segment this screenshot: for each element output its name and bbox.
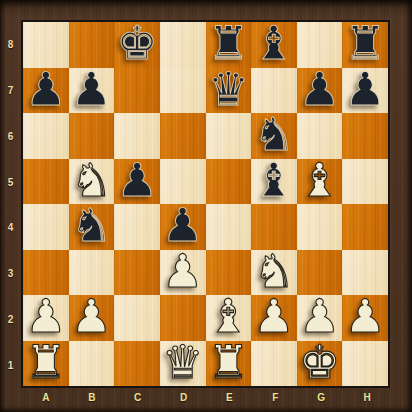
piece-white-pawn-a2[interactable]: ♟ xyxy=(25,294,66,339)
file-label-d: D xyxy=(161,388,207,410)
square-e6[interactable] xyxy=(206,113,252,159)
square-g7[interactable]: ♟ xyxy=(297,68,343,114)
square-g4[interactable] xyxy=(297,204,343,250)
square-a7[interactable]: ♟ xyxy=(23,68,69,114)
file-label-e: E xyxy=(207,388,253,410)
file-label-a: A xyxy=(23,388,69,410)
file-labels: ABCDEFGH xyxy=(23,388,390,410)
piece-black-pawn-c5[interactable]: ♟ xyxy=(116,158,157,203)
square-c2[interactable] xyxy=(114,295,160,341)
square-a6[interactable] xyxy=(23,113,69,159)
square-d2[interactable] xyxy=(160,295,206,341)
square-e3[interactable] xyxy=(206,250,252,296)
piece-black-pawn-a7[interactable]: ♟ xyxy=(25,67,66,112)
piece-black-knight-f6[interactable]: ♞ xyxy=(253,112,294,157)
rank-labels: 87654321 xyxy=(0,22,21,388)
square-d8[interactable] xyxy=(160,22,206,68)
square-f6[interactable]: ♞ xyxy=(251,113,297,159)
square-g5[interactable]: ♝ xyxy=(297,159,343,205)
file-label-c: C xyxy=(115,388,161,410)
piece-white-pawn-d3[interactable]: ♟ xyxy=(162,249,203,294)
rank-label-4: 4 xyxy=(0,205,21,251)
piece-white-bishop-e2[interactable]: ♝ xyxy=(208,294,249,339)
square-a4[interactable] xyxy=(23,204,69,250)
square-b8[interactable] xyxy=(69,22,115,68)
square-h2[interactable]: ♟ xyxy=(342,295,388,341)
square-e2[interactable]: ♝ xyxy=(206,295,252,341)
piece-white-knight-b5[interactable]: ♞ xyxy=(71,158,112,203)
square-c4[interactable] xyxy=(114,204,160,250)
square-f3[interactable]: ♞ xyxy=(251,250,297,296)
square-h4[interactable] xyxy=(342,204,388,250)
piece-white-pawn-g2[interactable]: ♟ xyxy=(299,294,340,339)
square-b6[interactable] xyxy=(69,113,115,159)
square-g2[interactable]: ♟ xyxy=(297,295,343,341)
rank-label-2: 2 xyxy=(0,297,21,343)
square-h3[interactable] xyxy=(342,250,388,296)
square-g6[interactable] xyxy=(297,113,343,159)
square-d5[interactable] xyxy=(160,159,206,205)
rank-label-6: 6 xyxy=(0,114,21,160)
square-e5[interactable] xyxy=(206,159,252,205)
square-e8[interactable]: ♜ xyxy=(206,22,252,68)
piece-white-pawn-f2[interactable]: ♟ xyxy=(253,294,294,339)
square-e4[interactable] xyxy=(206,204,252,250)
piece-white-queen-d1[interactable]: ♛ xyxy=(162,340,203,385)
rank-label-3: 3 xyxy=(0,251,21,297)
piece-white-pawn-b2[interactable]: ♟ xyxy=(71,294,112,339)
square-g1[interactable]: ♚ xyxy=(297,341,343,387)
piece-black-pawn-h7[interactable]: ♟ xyxy=(345,67,386,112)
rank-label-7: 7 xyxy=(0,68,21,114)
board: ♚♜♝♜♟♟♛♟♟♞♞♟♝♝♞♟♟♞♟♟♝♟♟♟♜♛♜♚ xyxy=(21,20,390,388)
piece-white-bishop-g5[interactable]: ♝ xyxy=(299,158,340,203)
square-h5[interactable] xyxy=(342,159,388,205)
square-b3[interactable] xyxy=(69,250,115,296)
piece-black-queen-e7[interactable]: ♛ xyxy=(208,67,249,112)
square-b2[interactable]: ♟ xyxy=(69,295,115,341)
file-label-b: B xyxy=(69,388,115,410)
square-f2[interactable]: ♟ xyxy=(251,295,297,341)
square-d3[interactable]: ♟ xyxy=(160,250,206,296)
piece-black-knight-b4[interactable]: ♞ xyxy=(71,203,112,248)
rank-label-1: 1 xyxy=(0,342,21,388)
piece-black-pawn-b7[interactable]: ♟ xyxy=(71,67,112,112)
piece-black-pawn-g7[interactable]: ♟ xyxy=(299,67,340,112)
square-b5[interactable]: ♞ xyxy=(69,159,115,205)
square-h6[interactable] xyxy=(342,113,388,159)
piece-black-bishop-f5[interactable]: ♝ xyxy=(253,158,294,203)
square-a8[interactable] xyxy=(23,22,69,68)
square-d7[interactable] xyxy=(160,68,206,114)
square-c1[interactable] xyxy=(114,341,160,387)
square-a5[interactable] xyxy=(23,159,69,205)
square-c6[interactable] xyxy=(114,113,160,159)
rank-label-5: 5 xyxy=(0,159,21,205)
square-c7[interactable] xyxy=(114,68,160,114)
square-a3[interactable] xyxy=(23,250,69,296)
square-d1[interactable]: ♛ xyxy=(160,341,206,387)
rank-label-8: 8 xyxy=(0,22,21,68)
square-e7[interactable]: ♛ xyxy=(206,68,252,114)
square-c5[interactable]: ♟ xyxy=(114,159,160,205)
piece-black-pawn-d4[interactable]: ♟ xyxy=(162,203,203,248)
square-b1[interactable] xyxy=(69,341,115,387)
piece-white-knight-f3[interactable]: ♞ xyxy=(253,249,294,294)
square-a2[interactable]: ♟ xyxy=(23,295,69,341)
square-c3[interactable] xyxy=(114,250,160,296)
square-h8[interactable]: ♜ xyxy=(342,22,388,68)
piece-white-rook-e1[interactable]: ♜ xyxy=(208,340,249,385)
piece-black-rook-e8[interactable]: ♜ xyxy=(208,21,249,66)
square-h7[interactable]: ♟ xyxy=(342,68,388,114)
square-e1[interactable]: ♜ xyxy=(206,341,252,387)
piece-black-rook-h8[interactable]: ♜ xyxy=(345,21,386,66)
square-f8[interactable]: ♝ xyxy=(251,22,297,68)
square-d4[interactable]: ♟ xyxy=(160,204,206,250)
square-f1[interactable] xyxy=(251,341,297,387)
piece-white-king-g1[interactable]: ♚ xyxy=(299,340,340,385)
piece-black-king-c8[interactable]: ♚ xyxy=(116,21,157,66)
piece-black-bishop-f8[interactable]: ♝ xyxy=(253,21,294,66)
square-h1[interactable] xyxy=(342,341,388,387)
square-b7[interactable]: ♟ xyxy=(69,68,115,114)
square-f5[interactable]: ♝ xyxy=(251,159,297,205)
square-d6[interactable] xyxy=(160,113,206,159)
square-f7[interactable] xyxy=(251,68,297,114)
file-label-f: F xyxy=(252,388,298,410)
piece-white-rook-a1[interactable]: ♜ xyxy=(25,340,66,385)
file-label-h: H xyxy=(344,388,390,410)
square-g3[interactable] xyxy=(297,250,343,296)
chess-app-window: ♚♜♝♜♟♟♛♟♟♞♞♟♝♝♞♟♟♞♟♟♝♟♟♟♜♛♜♚ 87654321 AB… xyxy=(0,0,412,412)
piece-white-pawn-h2[interactable]: ♟ xyxy=(345,294,386,339)
square-f4[interactable] xyxy=(251,204,297,250)
square-a1[interactable]: ♜ xyxy=(23,341,69,387)
square-b4[interactable]: ♞ xyxy=(69,204,115,250)
square-c8[interactable]: ♚ xyxy=(114,22,160,68)
file-label-g: G xyxy=(298,388,344,410)
square-g8[interactable] xyxy=(297,22,343,68)
